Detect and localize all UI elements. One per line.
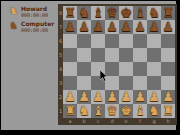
square-a2[interactable]: ♟	[63, 90, 77, 104]
square-d3[interactable]	[105, 76, 119, 90]
white-bishop: ♝	[91, 104, 105, 118]
black-pawn: ♟	[161, 20, 175, 34]
square-a1[interactable]: ♜	[63, 104, 77, 118]
file-label-e: e	[119, 118, 133, 125]
black-rook: ♜	[63, 6, 77, 20]
file-label-a: a	[63, 118, 77, 125]
square-h8[interactable]: ♜	[161, 6, 175, 20]
square-f3[interactable]	[133, 76, 147, 90]
square-d5[interactable]	[105, 48, 119, 62]
square-d1[interactable]: ♛	[105, 104, 119, 118]
square-h2[interactable]: ♟	[161, 90, 175, 104]
square-f1[interactable]: ♝	[133, 104, 147, 118]
white-pawn: ♟	[133, 90, 147, 104]
square-h3[interactable]	[161, 76, 175, 90]
square-g4[interactable]	[147, 62, 161, 76]
file-label-b: b	[77, 118, 91, 125]
square-a6[interactable]	[63, 34, 77, 48]
white-rook: ♜	[63, 104, 77, 118]
black-knight-icon: ♞	[9, 21, 19, 31]
player-white-text: Howard 000:00:00	[21, 6, 48, 18]
black-knight: ♞	[147, 6, 161, 20]
square-a5[interactable]	[63, 48, 77, 62]
square-b2[interactable]: ♟	[77, 90, 91, 104]
white-pawn: ♟	[147, 90, 161, 104]
square-f2[interactable]: ♟	[133, 90, 147, 104]
square-c8[interactable]: ♝	[91, 6, 105, 20]
white-knight: ♞	[77, 104, 91, 118]
black-king: ♚	[119, 6, 133, 20]
player-black-text: Computer 000:00:00	[21, 21, 54, 33]
square-d7[interactable]: ♟	[105, 20, 119, 34]
white-pawn: ♟	[63, 90, 77, 104]
black-rook: ♜	[161, 6, 175, 20]
black-queen: ♛	[105, 6, 119, 20]
player-entry-black: ♞ Computer 000:00:00	[9, 21, 54, 33]
square-b8[interactable]: ♞	[77, 6, 91, 20]
chess-board[interactable]: ♜♞♝♛♚♝♞♜♟♟♟♟♟♟♟♟♟♟♟♟♟♟♟♟♜♞♝♛♚♝♞♜	[63, 6, 175, 118]
player-entry-white: ♞ Howard 000:00:00	[9, 6, 48, 18]
square-b3[interactable]	[77, 76, 91, 90]
square-h1[interactable]: ♜	[161, 104, 175, 118]
white-pawn: ♟	[119, 90, 133, 104]
black-pawn: ♟	[147, 20, 161, 34]
chess-app-window: ♞ Howard 000:00:00 ♞ Computer 000:00:00 …	[0, 0, 180, 135]
square-e8[interactable]: ♚	[119, 6, 133, 20]
square-b4[interactable]	[77, 62, 91, 76]
square-d4[interactable]	[105, 62, 119, 76]
square-e4[interactable]	[119, 62, 133, 76]
white-bishop: ♝	[133, 104, 147, 118]
black-bishop: ♝	[91, 6, 105, 20]
square-a4[interactable]	[63, 62, 77, 76]
square-h4[interactable]	[161, 62, 175, 76]
file-labels: abcdefgh	[63, 118, 175, 125]
square-g5[interactable]	[147, 48, 161, 62]
square-h5[interactable]	[161, 48, 175, 62]
square-f5[interactable]	[133, 48, 147, 62]
square-b7[interactable]: ♟	[77, 20, 91, 34]
square-e6[interactable]	[119, 34, 133, 48]
square-f4[interactable]	[133, 62, 147, 76]
black-pawn: ♟	[91, 20, 105, 34]
black-pawn: ♟	[77, 20, 91, 34]
square-a8[interactable]: ♜	[63, 6, 77, 20]
white-knight-icon: ♞	[9, 6, 19, 16]
black-pawn: ♟	[105, 20, 119, 34]
white-pawn: ♟	[91, 90, 105, 104]
black-pawn: ♟	[119, 20, 133, 34]
black-knight: ♞	[77, 6, 91, 20]
square-d2[interactable]: ♟	[105, 90, 119, 104]
square-c2[interactable]: ♟	[91, 90, 105, 104]
square-e1[interactable]: ♚	[119, 104, 133, 118]
square-a7[interactable]: ♟	[63, 20, 77, 34]
square-g3[interactable]	[147, 76, 161, 90]
square-g8[interactable]: ♞	[147, 6, 161, 20]
square-g6[interactable]	[147, 34, 161, 48]
player-panel: ♞ Howard 000:00:00 ♞ Computer 000:00:00	[1, 1, 58, 130]
white-pawn: ♟	[161, 90, 175, 104]
square-e5[interactable]	[119, 48, 133, 62]
square-c6[interactable]	[91, 34, 105, 48]
white-knight: ♞	[147, 104, 161, 118]
file-label-f: f	[133, 118, 147, 125]
white-king: ♚	[119, 104, 133, 118]
white-pawn: ♟	[77, 90, 91, 104]
square-b6[interactable]	[77, 34, 91, 48]
player-black-clock: 000:00:00	[21, 27, 54, 33]
square-c3[interactable]	[91, 76, 105, 90]
square-d8[interactable]: ♛	[105, 6, 119, 20]
square-b5[interactable]	[77, 48, 91, 62]
square-c4[interactable]	[91, 62, 105, 76]
square-c7[interactable]: ♟	[91, 20, 105, 34]
white-queen: ♛	[105, 104, 119, 118]
square-c5[interactable]	[91, 48, 105, 62]
window-background: ♞ Howard 000:00:00 ♞ Computer 000:00:00 …	[1, 1, 176, 130]
white-rook: ♜	[161, 104, 175, 118]
square-g1[interactable]: ♞	[147, 104, 161, 118]
square-f7[interactable]: ♟	[133, 20, 147, 34]
square-g2[interactable]: ♟	[147, 90, 161, 104]
white-pawn: ♟	[105, 90, 119, 104]
file-label-g: g	[147, 118, 161, 125]
square-b1[interactable]: ♞	[77, 104, 91, 118]
black-pawn: ♟	[133, 20, 147, 34]
file-label-c: c	[91, 118, 105, 125]
square-f8[interactable]: ♝	[133, 6, 147, 20]
square-d6[interactable]	[105, 34, 119, 48]
square-h6[interactable]	[161, 34, 175, 48]
square-g7[interactable]: ♟	[147, 20, 161, 34]
black-bishop: ♝	[133, 6, 147, 20]
chess-board-frame: 87654321 ♜♞♝♛♚♝♞♜♟♟♟♟♟♟♟♟♟♟♟♟♟♟♟♟♜♞♝♛♚♝♞…	[58, 4, 177, 125]
square-e2[interactable]: ♟	[119, 90, 133, 104]
square-c1[interactable]: ♝	[91, 104, 105, 118]
square-e3[interactable]	[119, 76, 133, 90]
square-h7[interactable]: ♟	[161, 20, 175, 34]
square-f6[interactable]	[133, 34, 147, 48]
black-pawn: ♟	[63, 20, 77, 34]
square-e7[interactable]: ♟	[119, 20, 133, 34]
file-label-h: h	[161, 118, 175, 125]
file-label-d: d	[105, 118, 119, 125]
player-white-clock: 000:00:00	[21, 12, 48, 18]
square-a3[interactable]	[63, 76, 77, 90]
